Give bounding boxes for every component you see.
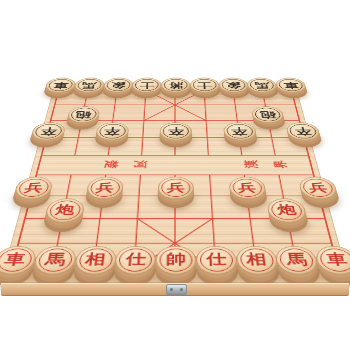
piece-ring: 卒 — [226, 124, 254, 138]
piece-red-horse[interactable]: 馬 — [32, 246, 78, 274]
piece-red-cannon[interactable]: 炮 — [266, 198, 308, 222]
piece-glyph: 卒 — [231, 127, 248, 136]
piece-ring: 炮 — [270, 200, 304, 219]
piece-glyph: 炮 — [54, 204, 75, 216]
piece-ring: 相 — [77, 249, 113, 272]
piece-red-elephant[interactable]: 相 — [73, 246, 117, 274]
piece-glyph: 帥 — [166, 253, 186, 267]
piece-glyph: 兵 — [308, 182, 329, 193]
piece-glyph: 兵 — [23, 182, 44, 193]
piece-red-cannon[interactable]: 炮 — [44, 198, 86, 222]
piece-ring: 砲 — [254, 108, 282, 121]
piece-ring: 車 — [318, 249, 350, 272]
piece-glyph: 卒 — [104, 127, 121, 136]
piece-ring: 卒 — [163, 124, 189, 138]
piece-ring: 車 — [47, 79, 73, 91]
xiangqi-board[interactable]: 楚 河 漢 界 車馬象士將士象馬車砲砲卒卒卒卒卒兵兵兵兵兵炮炮車馬相仕帥仕相馬車 — [0, 86, 350, 283]
piece-ring: 兵 — [89, 179, 120, 197]
piece-glyph: 象 — [226, 81, 241, 88]
piece-red-elephant[interactable]: 相 — [235, 246, 279, 274]
piece-glyph: 車 — [3, 253, 27, 267]
piece-ring: 象 — [221, 79, 246, 91]
piece-glyph: 士 — [139, 81, 154, 88]
piece-red-soldier[interactable]: 兵 — [13, 177, 55, 199]
piece-black-soldier[interactable]: 卒 — [95, 122, 129, 140]
piece-red-general[interactable]: 帥 — [155, 246, 196, 274]
piece-glyph: 馬 — [81, 81, 97, 88]
piece-ring: 兵 — [231, 179, 262, 197]
board-scene: 楚 河 漢 界 車馬象士將士象馬車砲砲卒卒卒卒卒兵兵兵兵兵炮炮車馬相仕帥仕相馬車 — [0, 0, 350, 350]
piece-black-horse[interactable]: 馬 — [246, 78, 278, 93]
piece-glyph: 兵 — [167, 182, 185, 193]
piece-glyph: 卒 — [39, 127, 57, 136]
piece-ring: 卒 — [98, 124, 126, 138]
piece-ring: 車 — [0, 249, 34, 272]
piece-glyph: 士 — [197, 81, 212, 88]
pieces-layer: 車馬象士將士象馬車砲砲卒卒卒卒卒兵兵兵兵兵炮炮車馬相仕帥仕相馬車 — [0, 86, 350, 283]
piece-glyph: 馬 — [285, 253, 308, 267]
piece-glyph: 馬 — [44, 253, 67, 267]
piece-ring: 車 — [278, 79, 305, 91]
piece-ring: 卒 — [34, 124, 64, 138]
piece-black-chariot[interactable]: 車 — [275, 78, 308, 93]
piece-black-advisor[interactable]: 士 — [132, 78, 162, 93]
piece-red-soldier[interactable]: 兵 — [298, 177, 340, 199]
xiangqi-set-photo: 楚 河 漢 界 車馬象士將士象馬車砲砲卒卒卒卒卒兵兵兵兵兵炮炮車馬相仕帥仕相馬車 — [0, 0, 350, 350]
piece-ring: 馬 — [278, 249, 315, 272]
piece-ring: 砲 — [70, 108, 98, 121]
piece-glyph: 卒 — [168, 127, 184, 136]
piece-glyph: 仕 — [125, 253, 146, 267]
piece-glyph: 兵 — [95, 182, 114, 193]
piece-black-elephant[interactable]: 象 — [218, 78, 249, 93]
piece-ring: 將 — [164, 79, 188, 91]
piece-black-soldier[interactable]: 卒 — [222, 122, 256, 140]
piece-glyph: 相 — [245, 253, 267, 267]
piece-ring: 相 — [239, 249, 275, 272]
piece-glyph: 馬 — [254, 81, 270, 88]
piece-red-advisor[interactable]: 仕 — [195, 246, 237, 274]
piece-ring: 馬 — [76, 79, 102, 91]
piece-ring: 兵 — [301, 179, 335, 197]
piece-black-cannon[interactable]: 砲 — [251, 106, 285, 123]
piece-red-soldier[interactable]: 兵 — [228, 177, 267, 199]
piece-black-horse[interactable]: 馬 — [73, 78, 105, 93]
piece-ring: 仕 — [199, 249, 233, 272]
piece-ring: 士 — [193, 79, 217, 91]
piece-glyph: 炮 — [276, 204, 297, 216]
piece-red-soldier[interactable]: 兵 — [158, 177, 194, 199]
piece-glyph: 仕 — [206, 253, 227, 267]
piece-black-soldier[interactable]: 卒 — [159, 122, 192, 140]
piece-red-soldier[interactable]: 兵 — [85, 177, 124, 199]
piece-glyph: 砲 — [75, 111, 92, 119]
piece-ring: 象 — [106, 79, 131, 91]
piece-red-advisor[interactable]: 仕 — [114, 246, 156, 274]
piece-glyph: 砲 — [259, 111, 276, 119]
piece-glyph: 車 — [52, 81, 68, 88]
piece-black-advisor[interactable]: 士 — [190, 78, 220, 93]
piece-red-horse[interactable]: 馬 — [274, 246, 320, 274]
board-front-edge — [1, 283, 349, 296]
piece-black-soldier[interactable]: 卒 — [30, 122, 67, 140]
piece-red-chariot[interactable]: 車 — [313, 246, 350, 274]
piece-ring: 士 — [135, 79, 159, 91]
piece-ring: 帥 — [159, 249, 192, 272]
piece-glyph: 卒 — [294, 127, 312, 136]
piece-ring: 馬 — [249, 79, 275, 91]
piece-black-soldier[interactable]: 卒 — [285, 122, 322, 140]
piece-ring: 馬 — [36, 249, 73, 272]
piece-black-general[interactable]: 將 — [161, 78, 190, 93]
piece-glyph: 象 — [110, 81, 125, 88]
piece-glyph: 車 — [325, 253, 349, 267]
piece-ring: 兵 — [161, 179, 190, 197]
piece-glyph: 兵 — [237, 182, 256, 193]
piece-red-chariot[interactable]: 車 — [0, 246, 38, 274]
piece-black-chariot[interactable]: 車 — [44, 78, 77, 93]
piece-glyph: 車 — [283, 81, 299, 88]
piece-glyph: 將 — [168, 81, 183, 88]
piece-ring: 卒 — [288, 124, 318, 138]
piece-black-elephant[interactable]: 象 — [102, 78, 133, 93]
piece-ring: 兵 — [17, 179, 51, 197]
piece-ring: 炮 — [48, 200, 82, 219]
piece-ring: 仕 — [118, 249, 152, 272]
piece-glyph: 相 — [84, 253, 106, 267]
hinge-clasp — [166, 284, 187, 295]
piece-black-cannon[interactable]: 砲 — [66, 106, 100, 123]
